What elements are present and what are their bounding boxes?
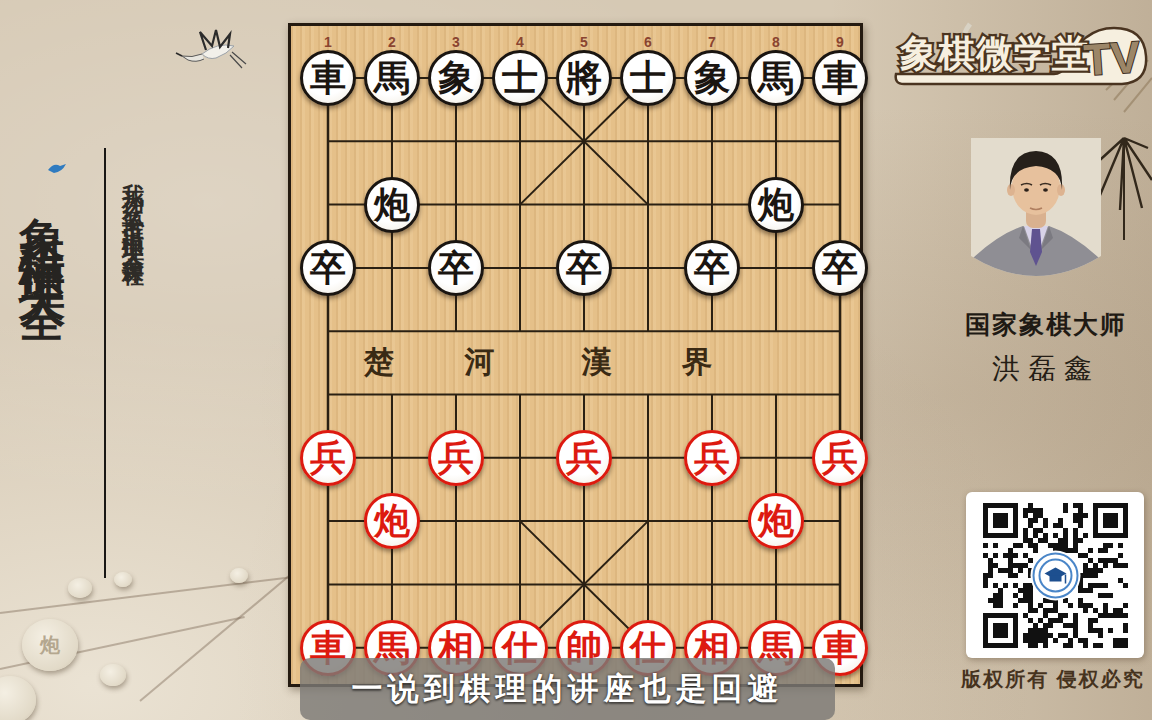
sidebar-divider-line [104,148,106,578]
episode-topic: 我为什么要推出棋理大全课程 [118,166,148,586]
decorative-stone [230,568,248,583]
subtitle-caption-bar: 一说到棋理的讲座也是回避 [300,658,835,720]
xiangqi-piece-black[interactable]: 車 [300,50,356,106]
file-label-top: 2 [381,34,403,50]
presenter-portrait-photo [971,138,1101,293]
video-series-title: 象棋棋理大全 [12,180,74,600]
decorative-stone [100,664,126,686]
qr-code-card [966,492,1144,658]
file-label-top: 1 [317,34,339,50]
xiangqi-piece-red[interactable]: 兵 [812,430,868,486]
channel-logo: 象棋微学堂 TV [886,16,1152,112]
xiangqi-piece-black[interactable]: 馬 [364,50,420,106]
file-label-top: 7 [701,34,723,50]
file-label-top: 5 [573,34,595,50]
decorative-stone [0,676,36,720]
xiangqi-piece-black[interactable]: 卒 [812,240,868,296]
river-label-left: 楚 河 [349,342,539,383]
river-label-right: 漢 界 [567,342,757,383]
qr-code [983,503,1128,648]
xiangqi-piece-black[interactable]: 卒 [428,240,484,296]
xiangqi-piece-red[interactable]: 炮 [364,493,420,549]
xiangqi-piece-black[interactable]: 士 [620,50,676,106]
file-label-top: 3 [445,34,467,50]
xiangqi-piece-red[interactable]: 炮 [748,493,804,549]
file-label-top: 6 [637,34,659,50]
xiangqi-piece-black[interactable]: 卒 [684,240,740,296]
presenter-title: 国家象棋大师 [948,308,1144,341]
xiangqi-piece-black[interactable]: 炮 [748,177,804,233]
logo-text: 象棋微学堂 [899,33,1090,74]
decorative-stone-piece: 炮 [22,619,78,671]
copyright-notice: 版权所有 侵权必究 [948,666,1152,693]
xiangqi-piece-black[interactable]: 象 [684,50,740,106]
xiangqi-piece-black[interactable]: 卒 [556,240,612,296]
presenter-name: 洪磊鑫 [948,350,1144,388]
blue-bird-decoration [46,160,68,176]
xiangqi-piece-red[interactable]: 兵 [428,430,484,486]
xiangqi-board: 123456789 九八七六五四三二一 楚 河 漢 界 車馬象士將士象馬車炮炮卒… [288,23,863,687]
xiangqi-piece-black[interactable]: 士 [492,50,548,106]
floor-tile-line [139,559,309,702]
subtitle-text: 一说到棋理的讲座也是回避 [352,668,784,710]
logo-tv-text: TV [1082,32,1142,85]
file-label-top: 9 [829,34,851,50]
stone-piece-character: 炮 [40,632,60,659]
xiangqi-piece-black[interactable]: 將 [556,50,612,106]
file-label-top: 4 [509,34,531,50]
xiangqi-piece-red[interactable]: 兵 [300,430,356,486]
crane-bird-decoration [172,20,252,78]
xiangqi-piece-black[interactable]: 車 [812,50,868,106]
xiangqi-piece-black[interactable]: 卒 [300,240,356,296]
xiangqi-piece-red[interactable]: 兵 [684,430,740,486]
xiangqi-piece-black[interactable]: 象 [428,50,484,106]
file-label-top: 8 [765,34,787,50]
xiangqi-piece-black[interactable]: 炮 [364,177,420,233]
xiangqi-piece-black[interactable]: 馬 [748,50,804,106]
xiangqi-piece-red[interactable]: 兵 [556,430,612,486]
